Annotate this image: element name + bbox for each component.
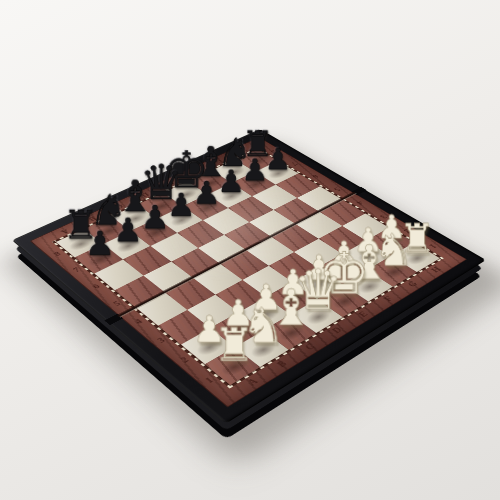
board-squares: ♜♞♝♛♚♝♞♜♟♟♟♟♟♟♟♟♟♟♟♟♟♟♟♟♜♞♝♛♚♝♞♜ <box>56 149 440 385</box>
pawn-glyph: ♟ <box>167 190 195 220</box>
pawn-glyph: ♟ <box>193 178 221 208</box>
pawn-glyph: ♟ <box>85 227 115 259</box>
pawn-glyph: ♟ <box>217 166 245 195</box>
pawn-glyph: ♟ <box>113 214 142 245</box>
chess-board[interactable]: HGFEDCBA ABCDEFGH 87654321 12345678 ♜♞♝♛… <box>12 129 486 424</box>
pawn-glyph: ♟ <box>141 202 170 233</box>
product-photo-scene: HGFEDCBA ABCDEFGH 87654321 12345678 ♜♞♝♛… <box>0 0 500 500</box>
pawn-glyph: ♟ <box>241 155 268 184</box>
rook-glyph: ♜ <box>214 323 255 367</box>
